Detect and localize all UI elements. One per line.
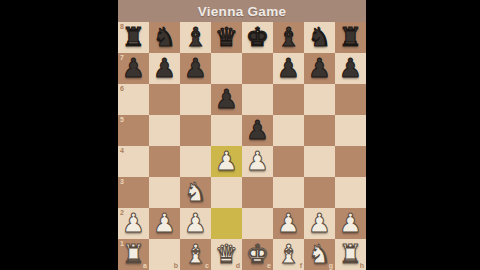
square-d6[interactable]: ♟ bbox=[211, 84, 242, 115]
piece-black-king: ♚ bbox=[242, 22, 273, 53]
square-b2[interactable]: ♟ bbox=[149, 208, 180, 239]
rank-label-4: 4 bbox=[120, 147, 124, 154]
piece-black-bishop: ♝ bbox=[180, 22, 211, 53]
square-g7[interactable]: ♟ bbox=[304, 53, 335, 84]
square-h1[interactable]: h♜ bbox=[335, 239, 366, 270]
square-h2[interactable]: ♟ bbox=[335, 208, 366, 239]
square-g1[interactable]: g♞ bbox=[304, 239, 335, 270]
square-d7[interactable] bbox=[211, 53, 242, 84]
piece-white-rook: ♜ bbox=[335, 239, 366, 270]
square-f3[interactable] bbox=[273, 177, 304, 208]
square-g2[interactable]: ♟ bbox=[304, 208, 335, 239]
square-c7[interactable]: ♟ bbox=[180, 53, 211, 84]
square-b1[interactable]: b bbox=[149, 239, 180, 270]
square-e8[interactable]: ♚ bbox=[242, 22, 273, 53]
square-f8[interactable]: ♝ bbox=[273, 22, 304, 53]
square-c5[interactable] bbox=[180, 115, 211, 146]
square-g8[interactable]: ♞ bbox=[304, 22, 335, 53]
piece-white-pawn: ♟ bbox=[149, 208, 180, 239]
rank-label-3: 3 bbox=[120, 178, 124, 185]
piece-black-bishop: ♝ bbox=[273, 22, 304, 53]
square-e6[interactable] bbox=[242, 84, 273, 115]
square-e5[interactable]: ♟ bbox=[242, 115, 273, 146]
piece-white-pawn: ♟ bbox=[335, 208, 366, 239]
piece-black-pawn: ♟ bbox=[335, 53, 366, 84]
title-bar: Vienna Game bbox=[118, 0, 366, 22]
piece-white-pawn: ♟ bbox=[304, 208, 335, 239]
square-c8[interactable]: ♝ bbox=[180, 22, 211, 53]
square-b3[interactable] bbox=[149, 177, 180, 208]
piece-white-knight: ♞ bbox=[304, 239, 335, 270]
piece-black-pawn: ♟ bbox=[304, 53, 335, 84]
piece-black-pawn: ♟ bbox=[211, 84, 242, 115]
square-b4[interactable] bbox=[149, 146, 180, 177]
square-c6[interactable] bbox=[180, 84, 211, 115]
square-d3[interactable] bbox=[211, 177, 242, 208]
square-a2[interactable]: 2♟ bbox=[118, 208, 149, 239]
square-h4[interactable] bbox=[335, 146, 366, 177]
square-d2[interactable] bbox=[211, 208, 242, 239]
square-h7[interactable]: ♟ bbox=[335, 53, 366, 84]
piece-black-knight: ♞ bbox=[304, 22, 335, 53]
chess-board: 8♜♞♝♛♚♝♞♜7♟♟♟♟♟♟6♟5♟4♟♟3♞2♟♟♟♟♟♟1a♜bc♝d♛… bbox=[118, 22, 366, 270]
square-c3[interactable]: ♞ bbox=[180, 177, 211, 208]
square-e3[interactable] bbox=[242, 177, 273, 208]
piece-black-pawn: ♟ bbox=[273, 53, 304, 84]
file-label-b: b bbox=[174, 262, 178, 269]
rank-label-6: 6 bbox=[120, 85, 124, 92]
piece-white-pawn: ♟ bbox=[211, 146, 242, 177]
piece-white-rook: ♜ bbox=[118, 239, 149, 270]
square-h3[interactable] bbox=[335, 177, 366, 208]
square-g5[interactable] bbox=[304, 115, 335, 146]
square-e4[interactable]: ♟ bbox=[242, 146, 273, 177]
square-d5[interactable] bbox=[211, 115, 242, 146]
piece-black-rook: ♜ bbox=[335, 22, 366, 53]
piece-black-pawn: ♟ bbox=[149, 53, 180, 84]
square-c4[interactable] bbox=[180, 146, 211, 177]
square-f1[interactable]: f♝ bbox=[273, 239, 304, 270]
square-f5[interactable] bbox=[273, 115, 304, 146]
letterbox-right bbox=[366, 0, 480, 270]
square-f6[interactable] bbox=[273, 84, 304, 115]
square-f7[interactable]: ♟ bbox=[273, 53, 304, 84]
square-d8[interactable]: ♛ bbox=[211, 22, 242, 53]
chess-app-stage: Vienna Game 8♜♞♝♛♚♝♞♜7♟♟♟♟♟♟6♟5♟4♟♟3♞2♟♟… bbox=[118, 0, 366, 270]
piece-white-knight: ♞ bbox=[180, 177, 211, 208]
square-a7[interactable]: 7♟ bbox=[118, 53, 149, 84]
piece-black-queen: ♛ bbox=[211, 22, 242, 53]
square-a3[interactable]: 3 bbox=[118, 177, 149, 208]
piece-white-pawn: ♟ bbox=[118, 208, 149, 239]
opening-title: Vienna Game bbox=[198, 4, 287, 19]
piece-black-pawn: ♟ bbox=[180, 53, 211, 84]
square-a4[interactable]: 4 bbox=[118, 146, 149, 177]
square-c1[interactable]: c♝ bbox=[180, 239, 211, 270]
square-c2[interactable]: ♟ bbox=[180, 208, 211, 239]
piece-white-queen: ♛ bbox=[211, 239, 242, 270]
square-h6[interactable] bbox=[335, 84, 366, 115]
letterbox-left bbox=[0, 0, 118, 270]
square-g4[interactable] bbox=[304, 146, 335, 177]
square-a8[interactable]: 8♜ bbox=[118, 22, 149, 53]
square-g6[interactable] bbox=[304, 84, 335, 115]
square-h5[interactable] bbox=[335, 115, 366, 146]
piece-white-pawn: ♟ bbox=[273, 208, 304, 239]
square-g3[interactable] bbox=[304, 177, 335, 208]
square-f2[interactable]: ♟ bbox=[273, 208, 304, 239]
square-e2[interactable] bbox=[242, 208, 273, 239]
piece-black-knight: ♞ bbox=[149, 22, 180, 53]
square-d1[interactable]: d♛ bbox=[211, 239, 242, 270]
square-h8[interactable]: ♜ bbox=[335, 22, 366, 53]
square-e7[interactable] bbox=[242, 53, 273, 84]
piece-white-king: ♚ bbox=[242, 239, 273, 270]
piece-white-pawn: ♟ bbox=[242, 146, 273, 177]
square-d4[interactable]: ♟ bbox=[211, 146, 242, 177]
piece-black-pawn: ♟ bbox=[242, 115, 273, 146]
square-b6[interactable] bbox=[149, 84, 180, 115]
piece-black-pawn: ♟ bbox=[118, 53, 149, 84]
square-b5[interactable] bbox=[149, 115, 180, 146]
piece-white-bishop: ♝ bbox=[273, 239, 304, 270]
square-b8[interactable]: ♞ bbox=[149, 22, 180, 53]
square-a6[interactable]: 6 bbox=[118, 84, 149, 115]
rank-label-5: 5 bbox=[120, 116, 124, 123]
piece-black-rook: ♜ bbox=[118, 22, 149, 53]
square-a1[interactable]: 1a♜ bbox=[118, 239, 149, 270]
piece-white-bishop: ♝ bbox=[180, 239, 211, 270]
square-f4[interactable] bbox=[273, 146, 304, 177]
square-a5[interactable]: 5 bbox=[118, 115, 149, 146]
piece-white-pawn: ♟ bbox=[180, 208, 211, 239]
square-b7[interactable]: ♟ bbox=[149, 53, 180, 84]
square-e1[interactable]: e♚ bbox=[242, 239, 273, 270]
